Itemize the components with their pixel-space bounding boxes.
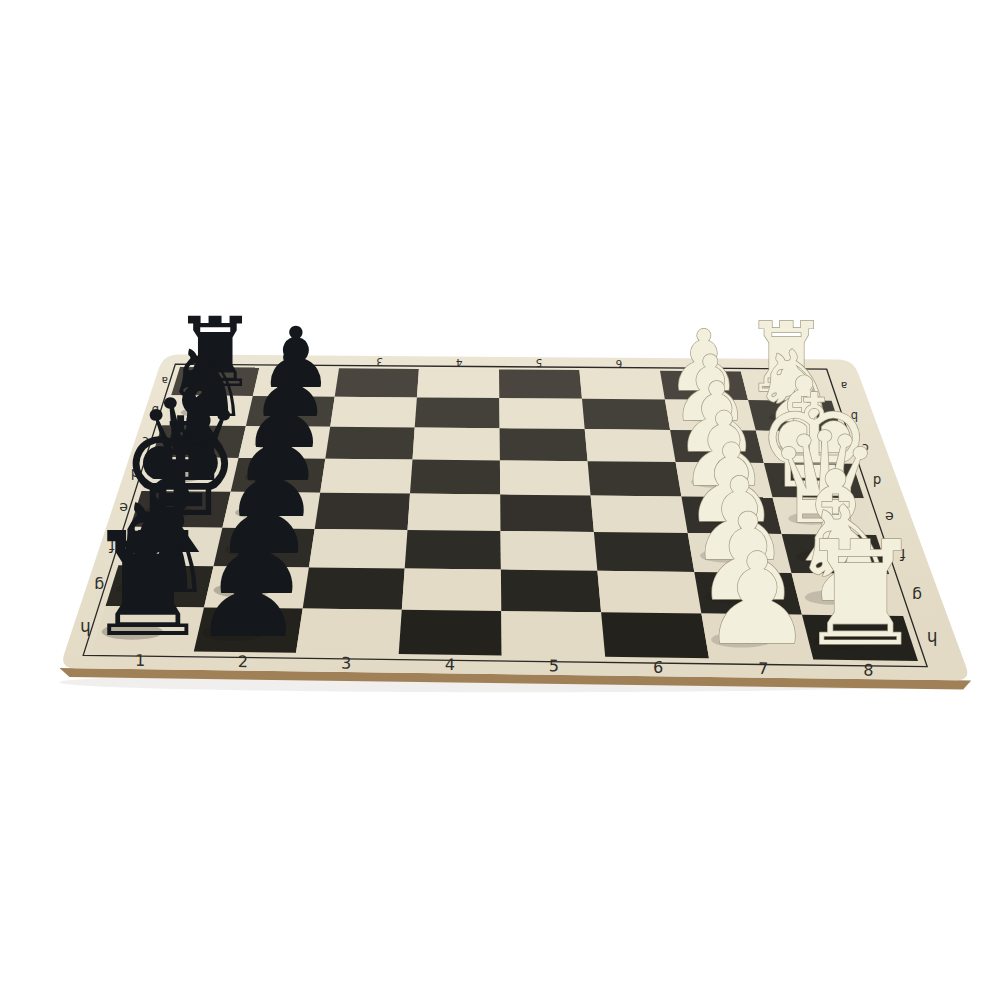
rank-label-top-5: 5	[535, 357, 542, 369]
rank-label-bottom-4: 4	[445, 655, 455, 674]
square-e6	[591, 496, 688, 533]
square-e4	[408, 494, 501, 531]
rank-label-bottom-5: 5	[549, 656, 559, 675]
square-f5	[501, 531, 598, 571]
square-h3	[296, 609, 402, 655]
rank-label-top-4: 4	[455, 357, 462, 369]
square-f6	[594, 532, 694, 572]
rank-label-bottom-6: 6	[653, 658, 663, 677]
square-d6	[588, 461, 682, 496]
piece-white-pawn-h7: ♟	[701, 526, 814, 673]
square-g6	[597, 571, 701, 614]
square-a5	[499, 370, 582, 399]
square-d5	[500, 460, 591, 495]
chess-set-photo: 11aa22bb33cc44dd55ee66ff77gg88hh♜♟♜♟♞♟♞♟…	[0, 0, 1000, 1000]
square-b4	[415, 397, 500, 428]
file-label-right-h: h	[927, 628, 938, 648]
square-g5	[501, 570, 601, 613]
square-a6	[579, 370, 665, 399]
chessboard: 11aa22bb33cc44dd55ee66ff77gg88hh♜♟♜♟♞♟♞♟…	[0, 0, 1000, 1000]
square-c5	[500, 428, 588, 461]
square-c6	[585, 429, 676, 462]
square-b5	[499, 398, 584, 429]
square-d3	[320, 459, 412, 494]
square-f4	[405, 530, 501, 570]
square-g4	[402, 569, 502, 612]
rank-label-top-6: 6	[615, 358, 622, 370]
square-f3	[309, 529, 408, 569]
square-e5	[500, 495, 594, 532]
square-d4	[410, 460, 500, 495]
square-e3	[315, 493, 410, 530]
square-b3	[330, 397, 417, 428]
square-h4	[399, 610, 502, 656]
rank-label-top-3: 3	[376, 356, 383, 368]
rank-label-bottom-3: 3	[341, 654, 351, 673]
square-c3	[325, 427, 414, 460]
square-a4	[417, 369, 499, 398]
square-a3	[335, 368, 419, 397]
square-h5	[501, 611, 605, 657]
square-b6	[582, 399, 670, 430]
piece-black-pawn-h2: ♟	[192, 519, 305, 666]
square-c4	[413, 428, 500, 461]
piece-white-rook-h8: ♜	[796, 510, 925, 678]
square-h6	[601, 612, 709, 658]
square-g3	[303, 567, 405, 609]
